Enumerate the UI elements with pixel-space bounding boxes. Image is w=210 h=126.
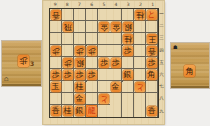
shogi-piece-gote[interactable]: 桂 bbox=[135, 10, 145, 20]
board-cell[interactable] bbox=[146, 93, 158, 105]
gote-piece-stand: ☖ 歩3 bbox=[2, 41, 41, 86]
board-cell[interactable]: 歩 bbox=[62, 69, 74, 81]
board-cell[interactable] bbox=[98, 81, 110, 93]
gote-hand-piece[interactable]: 歩3 bbox=[18, 54, 34, 67]
board-cell[interactable]: 歩 bbox=[98, 57, 110, 69]
board-cell[interactable]: 飛 bbox=[62, 21, 74, 33]
board-cell[interactable]: 金 bbox=[110, 81, 122, 93]
board-cell[interactable]: 歩 bbox=[146, 57, 158, 69]
board-cell[interactable]: 金 bbox=[74, 93, 86, 105]
board-cell[interactable]: と bbox=[134, 81, 146, 93]
shogi-piece-sente[interactable]: 香 bbox=[51, 106, 61, 116]
board-cell[interactable] bbox=[74, 33, 86, 45]
board-cell[interactable] bbox=[86, 81, 98, 93]
board-cell[interactable] bbox=[86, 57, 98, 69]
row-label: 四 bbox=[159, 45, 164, 57]
board-cell[interactable]: 角 bbox=[146, 69, 158, 81]
shogi-piece-sente[interactable]: 金 bbox=[111, 82, 121, 92]
board-cell[interactable] bbox=[122, 57, 134, 69]
shogi-piece-gote[interactable]: 歩 bbox=[75, 46, 85, 56]
board-cell[interactable] bbox=[86, 9, 98, 21]
sente-hand-piece[interactable]: 角 bbox=[184, 64, 195, 77]
board-cell[interactable]: 銀 bbox=[122, 21, 134, 33]
board-cell[interactable]: 歩 bbox=[86, 45, 98, 57]
board-cell[interactable] bbox=[134, 57, 146, 69]
shogi-board: 987654321 一二三四五六七八九 香桂と飛金金銀桂王歩歩歩歩香歩銀歩歩歩歩… bbox=[43, 1, 164, 124]
board-cell[interactable] bbox=[98, 33, 110, 45]
board-cell[interactable] bbox=[122, 9, 134, 21]
board-cell[interactable]: と bbox=[98, 93, 110, 105]
board-cell[interactable]: 銀 bbox=[74, 105, 86, 117]
shogi-piece-sente[interactable]: 龍 bbox=[87, 106, 97, 116]
shogi-piece-sente[interactable]: 歩 bbox=[147, 58, 157, 68]
board-cell[interactable] bbox=[134, 45, 146, 57]
board-cell[interactable] bbox=[50, 57, 62, 69]
shogi-piece-gote[interactable]: 歩 bbox=[63, 58, 73, 68]
board-cell[interactable]: 桂 bbox=[134, 9, 146, 21]
board-cell[interactable] bbox=[110, 93, 122, 105]
board-cell[interactable] bbox=[62, 93, 74, 105]
board-cell[interactable]: 金 bbox=[98, 21, 110, 33]
board-cell[interactable]: 歩 bbox=[110, 57, 122, 69]
shogi-piece-gote[interactable]: 金 bbox=[99, 22, 109, 32]
shogi-piece-sente[interactable]: 銀 bbox=[123, 70, 133, 80]
hand-piece-sente[interactable]: 角 bbox=[184, 65, 195, 77]
board-cell[interactable] bbox=[62, 81, 74, 93]
board-cell[interactable]: 香 bbox=[146, 105, 158, 117]
board-cell[interactable] bbox=[134, 33, 146, 45]
gote-turn-mark: ☖ bbox=[4, 77, 8, 82]
shogi-piece-gote[interactable]: 金 bbox=[111, 22, 121, 32]
board-cell[interactable]: 香 bbox=[50, 105, 62, 117]
board-cell[interactable]: 歩 bbox=[50, 69, 62, 81]
shogi-piece-gote[interactable]: 歩 bbox=[51, 46, 61, 56]
board-cell[interactable] bbox=[122, 93, 134, 105]
hand-piece-gote[interactable]: 歩 bbox=[18, 55, 29, 67]
board-cell[interactable]: 歩 bbox=[50, 45, 62, 57]
shogi-piece-sente[interactable]: 桂 bbox=[63, 106, 73, 116]
board-cell[interactable]: 香 bbox=[146, 45, 158, 57]
row-label: 九 bbox=[159, 106, 164, 118]
board-cell[interactable] bbox=[134, 21, 146, 33]
board-cell[interactable]: 桂 bbox=[122, 33, 134, 45]
shogi-piece-sente[interactable]: 銀 bbox=[75, 106, 85, 116]
shogi-piece-gote[interactable]: 銀 bbox=[75, 58, 85, 68]
board-cell[interactable] bbox=[86, 93, 98, 105]
board-cell[interactable]: 歩 bbox=[122, 45, 134, 57]
board-cell[interactable] bbox=[62, 9, 74, 21]
board-cell[interactable] bbox=[74, 9, 86, 21]
shogi-piece-gote[interactable]: 銀 bbox=[123, 22, 133, 32]
board-cell[interactable] bbox=[134, 69, 146, 81]
board-cell[interactable] bbox=[110, 33, 122, 45]
shogi-piece-gote[interactable]: と bbox=[135, 82, 145, 92]
row-label: 八 bbox=[159, 93, 164, 105]
shogi-piece-gote[interactable]: 香 bbox=[51, 10, 61, 20]
board-cell[interactable] bbox=[50, 33, 62, 45]
row-label: 七 bbox=[159, 81, 164, 93]
board-cell[interactable]: と bbox=[146, 9, 158, 21]
board-cell[interactable] bbox=[110, 45, 122, 57]
board-cell[interactable]: 歩 bbox=[62, 57, 74, 69]
shogi-piece-gote[interactable]: と bbox=[99, 94, 109, 104]
board-cell[interactable] bbox=[98, 105, 110, 117]
sente-turn-mark: ☗ bbox=[173, 45, 177, 50]
board-cell[interactable]: 王 bbox=[146, 33, 158, 45]
board-cell[interactable]: 玉 bbox=[50, 81, 62, 93]
board-cell[interactable]: 龍 bbox=[86, 105, 98, 117]
shogi-piece-sente[interactable]: 歩 bbox=[123, 46, 133, 56]
board-cell[interactable] bbox=[74, 21, 86, 33]
row-label: 一 bbox=[159, 8, 164, 20]
row-labels: 一二三四五六七八九 bbox=[159, 8, 164, 118]
board-cell[interactable] bbox=[122, 105, 134, 117]
shogi-piece-sente[interactable]: と bbox=[147, 10, 157, 20]
board-cell[interactable] bbox=[86, 33, 98, 45]
shogi-piece-gote[interactable]: 飛 bbox=[63, 22, 73, 32]
board-cell[interactable] bbox=[50, 93, 62, 105]
shogi-piece-sente[interactable]: 歩 bbox=[111, 58, 121, 68]
board-cell[interactable] bbox=[134, 105, 146, 117]
board-cell[interactable] bbox=[110, 105, 122, 117]
shogi-piece-gote[interactable]: 桂 bbox=[123, 34, 133, 44]
board-grid[interactable]: 香桂と飛金金銀桂王歩歩歩歩香歩銀歩歩歩歩歩歩歩銀角玉桂金と金と香桂銀龍香 bbox=[49, 8, 159, 118]
shogi-piece-gote[interactable]: 歩 bbox=[87, 46, 97, 56]
board-cell[interactable] bbox=[98, 45, 110, 57]
shogi-piece-sente[interactable]: 玉 bbox=[51, 82, 61, 92]
board-cell[interactable]: 銀 bbox=[122, 69, 134, 81]
board-cell[interactable]: 歩 bbox=[74, 45, 86, 57]
board-cell[interactable] bbox=[62, 45, 74, 57]
shogi-piece-gote[interactable]: 香 bbox=[147, 46, 157, 56]
row-label: 五 bbox=[159, 57, 164, 69]
shogi-piece-sente[interactable]: 歩 bbox=[87, 70, 97, 80]
board-cell[interactable] bbox=[62, 33, 74, 45]
board-cell[interactable]: 銀 bbox=[74, 57, 86, 69]
board-cell[interactable]: 歩 bbox=[86, 69, 98, 81]
board-cell[interactable] bbox=[50, 21, 62, 33]
board-cell[interactable] bbox=[110, 9, 122, 21]
shogi-piece-sente[interactable]: 歩 bbox=[51, 70, 61, 80]
shogi-piece-sente[interactable]: 金 bbox=[75, 94, 85, 104]
sente-piece-stand: ☗ 角 bbox=[171, 43, 209, 88]
board-cell[interactable] bbox=[86, 21, 98, 33]
board-cell[interactable] bbox=[98, 69, 110, 81]
shogi-piece-sente[interactable]: 角 bbox=[147, 70, 157, 80]
board-cell[interactable]: 桂 bbox=[74, 81, 86, 93]
shogi-piece-sente[interactable]: 香 bbox=[147, 106, 157, 116]
row-label: 三 bbox=[159, 32, 164, 44]
board-cell[interactable] bbox=[122, 81, 134, 93]
row-label: 六 bbox=[159, 69, 164, 81]
board-cell[interactable]: 金 bbox=[110, 21, 122, 33]
board-cell[interactable] bbox=[98, 9, 110, 21]
board-cell[interactable] bbox=[110, 69, 122, 81]
shogi-piece-sente[interactable]: 歩 bbox=[75, 70, 85, 80]
shogi-piece-gote[interactable]: 王 bbox=[147, 34, 157, 44]
shogi-piece-sente[interactable]: 歩 bbox=[99, 58, 109, 68]
row-label: 二 bbox=[159, 20, 164, 32]
board-cell[interactable]: 歩 bbox=[74, 69, 86, 81]
board-cell[interactable] bbox=[134, 93, 146, 105]
board-cell[interactable]: 香 bbox=[50, 9, 62, 21]
shogi-piece-sente[interactable]: 歩 bbox=[63, 70, 73, 80]
board-cell[interactable] bbox=[146, 81, 158, 93]
hand-piece-count: 3 bbox=[30, 61, 34, 67]
board-cell[interactable]: 桂 bbox=[62, 105, 74, 117]
board-cell[interactable] bbox=[146, 21, 158, 33]
shogi-piece-sente[interactable]: 桂 bbox=[75, 82, 85, 92]
